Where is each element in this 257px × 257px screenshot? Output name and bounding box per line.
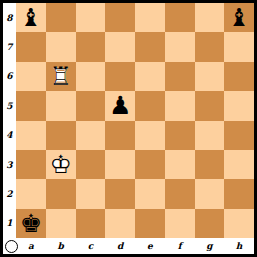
square-b6[interactable]: ♜♖ <box>46 62 76 91</box>
square-h3[interactable] <box>224 150 254 179</box>
square-g5[interactable] <box>195 91 225 120</box>
black-bishop-glyph: ♝ <box>224 3 254 32</box>
square-b7[interactable] <box>46 32 76 61</box>
square-f8[interactable] <box>165 3 195 32</box>
square-b3[interactable]: ♚♔ <box>46 150 76 179</box>
square-a5[interactable] <box>16 91 46 120</box>
square-c7[interactable] <box>76 32 106 61</box>
square-h1[interactable] <box>224 209 254 238</box>
square-d4[interactable] <box>105 121 135 150</box>
square-e7[interactable] <box>135 32 165 61</box>
square-h4[interactable] <box>224 121 254 150</box>
rank-label-5: 5 <box>3 91 16 120</box>
file-label-d: d <box>105 241 135 251</box>
chessboard-inner: 8 7 6 5 4 3 2 1 ♝♝♜♖♟♚♔♚ a b c d e f g h <box>3 3 254 254</box>
file-label-e: e <box>135 241 165 251</box>
square-a7[interactable] <box>16 32 46 61</box>
square-g8[interactable] <box>195 3 225 32</box>
rank-label-7: 7 <box>3 32 16 61</box>
square-d5[interactable]: ♟ <box>105 91 135 120</box>
square-e2[interactable] <box>135 179 165 208</box>
square-f3[interactable] <box>165 150 195 179</box>
file-labels-row: a b c d e f g h <box>3 238 254 254</box>
square-c3[interactable] <box>76 150 106 179</box>
square-g2[interactable] <box>195 179 225 208</box>
file-label-g: g <box>195 241 225 251</box>
square-d6[interactable] <box>105 62 135 91</box>
rank-label-4: 4 <box>3 121 16 150</box>
square-d2[interactable] <box>105 179 135 208</box>
square-b5[interactable] <box>46 91 76 120</box>
square-g1[interactable] <box>195 209 225 238</box>
file-label-c: c <box>76 241 106 251</box>
square-f5[interactable] <box>165 91 195 120</box>
white-king-outline: ♔ <box>46 150 76 179</box>
square-e1[interactable] <box>135 209 165 238</box>
square-c8[interactable] <box>76 3 106 32</box>
square-f7[interactable] <box>165 32 195 61</box>
square-h6[interactable] <box>224 62 254 91</box>
board-area: 8 7 6 5 4 3 2 1 ♝♝♜♖♟♚♔♚ <box>3 3 254 238</box>
file-label-b: b <box>46 241 76 251</box>
square-d8[interactable] <box>105 3 135 32</box>
chessboard: 8 7 6 5 4 3 2 1 ♝♝♜♖♟♚♔♚ a b c d e f g h <box>0 0 257 257</box>
square-g7[interactable] <box>195 32 225 61</box>
square-g4[interactable] <box>195 121 225 150</box>
square-c5[interactable] <box>76 91 106 120</box>
file-label-f: f <box>165 241 195 251</box>
square-b8[interactable] <box>46 3 76 32</box>
black-bishop-glyph: ♝ <box>16 3 46 32</box>
square-d1[interactable] <box>105 209 135 238</box>
square-e3[interactable] <box>135 150 165 179</box>
square-c4[interactable] <box>76 121 106 150</box>
rank-labels: 8 7 6 5 4 3 2 1 <box>3 3 16 238</box>
square-f4[interactable] <box>165 121 195 150</box>
square-f1[interactable] <box>165 209 195 238</box>
board-grid: ♝♝♜♖♟♚♔♚ <box>16 3 254 238</box>
rank-label-6: 6 <box>3 62 16 91</box>
square-e6[interactable] <box>135 62 165 91</box>
black-pawn-glyph: ♟ <box>105 91 135 120</box>
square-e4[interactable] <box>135 121 165 150</box>
square-h5[interactable] <box>224 91 254 120</box>
square-e5[interactable] <box>135 91 165 120</box>
square-a1[interactable]: ♚ <box>16 209 46 238</box>
white-king[interactable]: ♚♔ <box>46 150 76 179</box>
square-g6[interactable] <box>195 62 225 91</box>
square-b2[interactable] <box>46 179 76 208</box>
file-label-h: h <box>224 241 254 251</box>
rank-label-1: 1 <box>3 209 16 238</box>
square-g3[interactable] <box>195 150 225 179</box>
square-a8[interactable]: ♝ <box>16 3 46 32</box>
white-rook-outline: ♖ <box>46 62 76 91</box>
square-f2[interactable] <box>165 179 195 208</box>
square-d3[interactable] <box>105 150 135 179</box>
white-rook[interactable]: ♜♖ <box>46 62 76 91</box>
square-c2[interactable] <box>76 179 106 208</box>
rank-label-3: 3 <box>3 150 16 179</box>
square-h2[interactable] <box>224 179 254 208</box>
square-c1[interactable] <box>76 209 106 238</box>
black-pawn[interactable]: ♟ <box>105 91 135 120</box>
black-bishop[interactable]: ♝ <box>16 3 46 32</box>
black-bishop[interactable]: ♝ <box>224 3 254 32</box>
black-king-glyph: ♚ <box>16 209 46 238</box>
square-b1[interactable] <box>46 209 76 238</box>
square-h7[interactable] <box>224 32 254 61</box>
rank-label-8: 8 <box>3 3 16 32</box>
square-a4[interactable] <box>16 121 46 150</box>
black-king[interactable]: ♚ <box>16 209 46 238</box>
side-to-move-cell <box>3 238 16 254</box>
square-e8[interactable] <box>135 3 165 32</box>
square-f6[interactable] <box>165 62 195 91</box>
square-a3[interactable] <box>16 150 46 179</box>
rank-label-2: 2 <box>3 179 16 208</box>
square-c6[interactable] <box>76 62 106 91</box>
file-label-a: a <box>16 241 46 251</box>
square-d7[interactable] <box>105 32 135 61</box>
square-a2[interactable] <box>16 179 46 208</box>
square-h8[interactable]: ♝ <box>224 3 254 32</box>
square-a6[interactable] <box>16 62 46 91</box>
square-b4[interactable] <box>46 121 76 150</box>
